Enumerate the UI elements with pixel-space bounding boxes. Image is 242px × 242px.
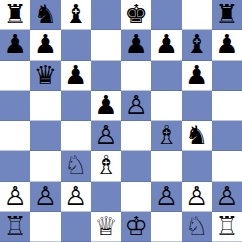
square-h7[interactable]: ♟ xyxy=(212,30,242,60)
square-h1[interactable]: ♖ xyxy=(212,212,242,242)
square-e4[interactable] xyxy=(121,121,151,151)
square-e6[interactable] xyxy=(121,61,151,91)
square-a1[interactable]: ♖ xyxy=(0,212,30,242)
square-a8[interactable]: ♜ xyxy=(0,0,30,30)
square-h6[interactable] xyxy=(212,61,242,91)
square-g5[interactable] xyxy=(182,91,212,121)
square-c3[interactable]: ♘ xyxy=(61,151,91,181)
black-pawn[interactable]: ♟ xyxy=(94,92,117,118)
white-king[interactable]: ♔ xyxy=(124,213,147,239)
square-b6[interactable]: ♛ xyxy=(30,61,60,91)
square-d7[interactable] xyxy=(91,30,121,60)
square-d8[interactable] xyxy=(91,0,121,30)
square-c8[interactable]: ♝ xyxy=(61,0,91,30)
square-f7[interactable]: ♟ xyxy=(151,30,181,60)
black-pawn[interactable]: ♟ xyxy=(185,62,208,88)
white-pawn[interactable]: ♙ xyxy=(3,183,26,209)
square-c5[interactable] xyxy=(61,91,91,121)
square-g6[interactable]: ♟ xyxy=(182,61,212,91)
square-a6[interactable] xyxy=(0,61,30,91)
square-c6[interactable]: ♟ xyxy=(61,61,91,91)
square-d6[interactable] xyxy=(91,61,121,91)
square-f3[interactable] xyxy=(151,151,181,181)
black-knight[interactable]: ♞ xyxy=(34,1,57,27)
square-h4[interactable] xyxy=(212,121,242,151)
square-d5[interactable]: ♟ xyxy=(91,91,121,121)
square-a7[interactable]: ♟ xyxy=(0,30,30,60)
square-e3[interactable] xyxy=(121,151,151,181)
black-pawn[interactable]: ♟ xyxy=(34,31,57,57)
black-bishop[interactable]: ♝ xyxy=(64,1,87,27)
square-e7[interactable]: ♟ xyxy=(121,30,151,60)
square-d3[interactable]: ♗ xyxy=(91,151,121,181)
black-pawn[interactable]: ♟ xyxy=(124,31,147,57)
square-c2[interactable]: ♙ xyxy=(61,182,91,212)
square-b2[interactable]: ♙ xyxy=(30,182,60,212)
black-pawn[interactable]: ♟ xyxy=(215,31,238,57)
square-b4[interactable] xyxy=(30,121,60,151)
black-rook[interactable]: ♜ xyxy=(215,1,238,27)
square-g8[interactable] xyxy=(182,0,212,30)
square-g2[interactable]: ♙ xyxy=(182,182,212,212)
black-pawn[interactable]: ♟ xyxy=(155,31,178,57)
square-f4[interactable]: ♗ xyxy=(151,121,181,151)
square-g4[interactable]: ♞ xyxy=(182,121,212,151)
chess-board-window: ♜♞♝♚♜♟♟♟♟♝♟♛♟♟♟♙♙♗♞♘♗♙♙♙♙♙♙♖♕♔♘♖ xyxy=(0,0,242,242)
square-h2[interactable]: ♙ xyxy=(212,182,242,212)
white-knight[interactable]: ♘ xyxy=(185,213,208,239)
white-pawn[interactable]: ♙ xyxy=(64,183,87,209)
black-pawn[interactable]: ♟ xyxy=(64,62,87,88)
chess-board: ♜♞♝♚♜♟♟♟♟♝♟♛♟♟♟♙♙♗♞♘♗♙♙♙♙♙♙♖♕♔♘♖ xyxy=(0,0,242,242)
black-bishop[interactable]: ♝ xyxy=(185,31,208,57)
white-pawn[interactable]: ♙ xyxy=(155,183,178,209)
square-e8[interactable]: ♚ xyxy=(121,0,151,30)
white-pawn[interactable]: ♙ xyxy=(94,122,117,148)
square-f6[interactable] xyxy=(151,61,181,91)
white-queen[interactable]: ♕ xyxy=(94,213,117,239)
square-b3[interactable] xyxy=(30,151,60,181)
square-e1[interactable]: ♔ xyxy=(121,212,151,242)
square-a2[interactable]: ♙ xyxy=(0,182,30,212)
square-h3[interactable] xyxy=(212,151,242,181)
square-g3[interactable] xyxy=(182,151,212,181)
square-c4[interactable] xyxy=(61,121,91,151)
white-pawn[interactable]: ♙ xyxy=(185,183,208,209)
black-pawn[interactable]: ♟ xyxy=(3,31,26,57)
square-b5[interactable] xyxy=(30,91,60,121)
black-king[interactable]: ♚ xyxy=(124,1,147,27)
black-knight[interactable]: ♞ xyxy=(185,122,208,148)
square-d4[interactable]: ♙ xyxy=(91,121,121,151)
white-rook[interactable]: ♖ xyxy=(215,213,238,239)
square-h5[interactable] xyxy=(212,91,242,121)
square-f2[interactable]: ♙ xyxy=(151,182,181,212)
square-f5[interactable] xyxy=(151,91,181,121)
square-c1[interactable] xyxy=(61,212,91,242)
square-d1[interactable]: ♕ xyxy=(91,212,121,242)
square-h8[interactable]: ♜ xyxy=(212,0,242,30)
white-bishop[interactable]: ♗ xyxy=(155,122,178,148)
white-pawn[interactable]: ♙ xyxy=(124,92,147,118)
white-knight[interactable]: ♘ xyxy=(64,152,87,178)
square-c7[interactable] xyxy=(61,30,91,60)
square-f1[interactable] xyxy=(151,212,181,242)
square-b8[interactable]: ♞ xyxy=(30,0,60,30)
square-a3[interactable] xyxy=(0,151,30,181)
square-e5[interactable]: ♙ xyxy=(121,91,151,121)
square-a4[interactable] xyxy=(0,121,30,151)
white-rook[interactable]: ♖ xyxy=(3,213,26,239)
square-d2[interactable] xyxy=(91,182,121,212)
white-pawn[interactable]: ♙ xyxy=(215,183,238,209)
black-queen[interactable]: ♛ xyxy=(34,62,57,88)
white-pawn[interactable]: ♙ xyxy=(34,183,57,209)
square-b7[interactable]: ♟ xyxy=(30,30,60,60)
black-rook[interactable]: ♜ xyxy=(3,1,26,27)
square-f8[interactable] xyxy=(151,0,181,30)
square-a5[interactable] xyxy=(0,91,30,121)
square-g7[interactable]: ♝ xyxy=(182,30,212,60)
square-b1[interactable] xyxy=(30,212,60,242)
white-bishop[interactable]: ♗ xyxy=(94,152,117,178)
square-e2[interactable] xyxy=(121,182,151,212)
square-g1[interactable]: ♘ xyxy=(182,212,212,242)
